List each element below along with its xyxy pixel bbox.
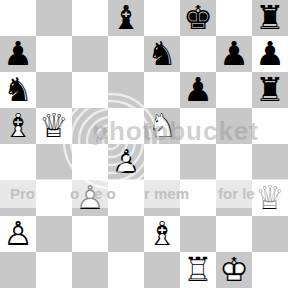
- square-b7[interactable]: [36, 36, 72, 72]
- square-c3[interactable]: ♟♙: [72, 180, 108, 216]
- square-c4[interactable]: [72, 144, 108, 180]
- square-e4[interactable]: [144, 144, 180, 180]
- square-g8[interactable]: [216, 0, 252, 36]
- square-g1[interactable]: ♚♔: [216, 252, 252, 288]
- piece-black-pawn-f6[interactable]: ♟: [180, 72, 216, 108]
- piece-white-pawn-d4[interactable]: ♟♙: [108, 144, 144, 180]
- square-b6[interactable]: [36, 72, 72, 108]
- piece-black-knight-e7[interactable]: ♞: [144, 36, 180, 72]
- square-h4[interactable]: [252, 144, 288, 180]
- square-h8[interactable]: ♜: [252, 0, 288, 36]
- square-f8[interactable]: ♚: [180, 0, 216, 36]
- piece-black-pawn-h7[interactable]: ♟: [252, 36, 288, 72]
- piece-black-rook-h8[interactable]: ♜: [252, 0, 288, 36]
- square-e3[interactable]: [144, 180, 180, 216]
- square-b2[interactable]: [36, 216, 72, 252]
- square-d8[interactable]: ♝: [108, 0, 144, 36]
- square-f5[interactable]: [180, 108, 216, 144]
- square-c5[interactable]: [72, 108, 108, 144]
- square-d2[interactable]: [108, 216, 144, 252]
- square-h3[interactable]: ♛♕: [252, 180, 288, 216]
- piece-black-knight-a6[interactable]: ♞: [0, 72, 36, 108]
- piece-white-queen-h3[interactable]: ♛♕: [252, 180, 288, 216]
- square-g7[interactable]: ♟: [216, 36, 252, 72]
- square-d6[interactable]: [108, 72, 144, 108]
- square-d5[interactable]: [108, 108, 144, 144]
- square-f3[interactable]: [180, 180, 216, 216]
- piece-white-knight-e5[interactable]: ♞♘: [144, 108, 180, 144]
- piece-black-pawn-g7[interactable]: ♟: [216, 36, 252, 72]
- square-g2[interactable]: [216, 216, 252, 252]
- square-d1[interactable]: [108, 252, 144, 288]
- piece-white-pawn-a2[interactable]: ♟♙: [0, 216, 36, 252]
- square-d3[interactable]: [108, 180, 144, 216]
- piece-black-bishop-d8[interactable]: ♝: [108, 0, 144, 36]
- piece-white-queen-b5[interactable]: ♛♕: [36, 108, 72, 144]
- square-f6[interactable]: ♟: [180, 72, 216, 108]
- square-c1[interactable]: [72, 252, 108, 288]
- square-a2[interactable]: ♟♙: [0, 216, 36, 252]
- square-a8[interactable]: [0, 0, 36, 36]
- piece-black-pawn-a7[interactable]: ♟: [0, 36, 36, 72]
- square-c7[interactable]: [72, 36, 108, 72]
- chess-board-diagram: ♝♚♜♟♞♟♟♞♟♜♝♗♛♕♞♘♟♙♟♙♛♕♟♙♝♗♜♖♚♔ photobuck…: [0, 0, 288, 288]
- square-f4[interactable]: [180, 144, 216, 180]
- square-e7[interactable]: ♞: [144, 36, 180, 72]
- square-g4[interactable]: [216, 144, 252, 180]
- square-a4[interactable]: [0, 144, 36, 180]
- piece-white-bishop-e2[interactable]: ♝♗: [144, 216, 180, 252]
- square-e5[interactable]: ♞♘: [144, 108, 180, 144]
- square-h1[interactable]: [252, 252, 288, 288]
- square-a6[interactable]: ♞: [0, 72, 36, 108]
- square-g5[interactable]: [216, 108, 252, 144]
- square-g3[interactable]: [216, 180, 252, 216]
- square-c2[interactable]: [72, 216, 108, 252]
- square-b5[interactable]: ♛♕: [36, 108, 72, 144]
- square-a7[interactable]: ♟: [0, 36, 36, 72]
- square-g6[interactable]: [216, 72, 252, 108]
- piece-white-pawn-c3[interactable]: ♟♙: [72, 180, 108, 216]
- square-h2[interactable]: [252, 216, 288, 252]
- piece-white-bishop-a5[interactable]: ♝♗: [0, 108, 36, 144]
- square-h7[interactable]: ♟: [252, 36, 288, 72]
- square-e6[interactable]: [144, 72, 180, 108]
- piece-black-king-f8[interactable]: ♚: [180, 0, 216, 36]
- square-e2[interactable]: ♝♗: [144, 216, 180, 252]
- square-a1[interactable]: [0, 252, 36, 288]
- square-f7[interactable]: [180, 36, 216, 72]
- piece-black-rook-h6[interactable]: ♜: [252, 72, 288, 108]
- square-e1[interactable]: [144, 252, 180, 288]
- square-a3[interactable]: [0, 180, 36, 216]
- square-c8[interactable]: [72, 0, 108, 36]
- square-b4[interactable]: [36, 144, 72, 180]
- square-a5[interactable]: ♝♗: [0, 108, 36, 144]
- square-b3[interactable]: [36, 180, 72, 216]
- square-e8[interactable]: [144, 0, 180, 36]
- square-d4[interactable]: ♟♙: [108, 144, 144, 180]
- square-b1[interactable]: [36, 252, 72, 288]
- square-d7[interactable]: [108, 36, 144, 72]
- square-f1[interactable]: ♜♖: [180, 252, 216, 288]
- piece-white-king-g1[interactable]: ♚♔: [216, 252, 252, 288]
- square-f2[interactable]: [180, 216, 216, 252]
- square-h6[interactable]: ♜: [252, 72, 288, 108]
- square-c6[interactable]: [72, 72, 108, 108]
- square-h5[interactable]: [252, 108, 288, 144]
- square-b8[interactable]: [36, 0, 72, 36]
- piece-white-rook-f1[interactable]: ♜♖: [180, 252, 216, 288]
- chess-board: ♝♚♜♟♞♟♟♞♟♜♝♗♛♕♞♘♟♙♟♙♛♕♟♙♝♗♜♖♚♔: [0, 0, 288, 288]
